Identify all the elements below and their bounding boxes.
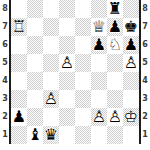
black-rook-icon: ♜: [107, 0, 123, 18]
white-king-icon: ♚♔: [123, 108, 139, 126]
square-g1: [107, 126, 123, 144]
square-g8: ♜: [107, 0, 123, 18]
square-a7: ♜♖: [11, 18, 27, 36]
rank-label-left-6: 6: [1, 36, 9, 54]
square-c7: [43, 18, 59, 36]
square-b3: [27, 90, 43, 108]
square-e6: [75, 36, 91, 54]
square-h7: ♚: [123, 18, 139, 36]
square-c8: [43, 0, 59, 18]
chess-diagram: 88♜77♜♖♛♕♟♚66♟♞♘♟55♟♙♟♙4433♟♙22♟♟♙♟♙♚♔11…: [0, 0, 150, 150]
square-b1: ♝: [27, 126, 43, 144]
white-pawn-icon: ♟♙: [43, 90, 59, 108]
rank-label-left-3: 3: [1, 90, 9, 108]
square-a1: [11, 126, 27, 144]
square-e7: [75, 18, 91, 36]
black-pawn-icon: ♟: [11, 108, 27, 126]
rank-label-right-2: 2: [141, 108, 149, 126]
rank-label-left-7: 7: [1, 18, 9, 36]
square-d3: [59, 90, 75, 108]
square-f2: ♟♙: [91, 108, 107, 126]
square-c1: ♛: [43, 126, 59, 144]
rank-label-right-1: 1: [141, 126, 149, 144]
white-pawn-icon: ♟♙: [107, 108, 123, 126]
square-d1: [59, 126, 75, 144]
square-b2: [27, 108, 43, 126]
white-rook-icon: ♜♖: [11, 18, 27, 36]
square-h4: [123, 72, 139, 90]
square-c5: [43, 54, 59, 72]
square-b6: [27, 36, 43, 54]
square-b4: [27, 72, 43, 90]
rank-label-left-5: 5: [1, 54, 9, 72]
square-e2: [75, 108, 91, 126]
square-e8: [75, 0, 91, 18]
square-c2: [43, 108, 59, 126]
square-d8: [59, 0, 75, 18]
square-h6: ♟: [123, 36, 139, 54]
rank-label-right-8: 8: [141, 0, 149, 18]
square-a6: [11, 36, 27, 54]
square-b7: [27, 18, 43, 36]
black-pawn-icon: ♟: [123, 36, 139, 54]
square-h2: ♚♔: [123, 108, 139, 126]
square-f7: ♛♕: [91, 18, 107, 36]
square-f8: [91, 0, 107, 18]
square-d4: [59, 72, 75, 90]
square-h1: [123, 126, 139, 144]
white-pawn-outline: ♙: [43, 90, 59, 108]
square-g6: ♞♘: [107, 36, 123, 54]
white-knight-icon: ♞♘: [107, 36, 123, 54]
square-c6: [43, 36, 59, 54]
white-queen-outline: ♕: [91, 18, 107, 36]
square-e4: [75, 72, 91, 90]
square-f5: [91, 54, 107, 72]
square-b5: [27, 54, 43, 72]
square-g5: [107, 54, 123, 72]
square-d7: [59, 18, 75, 36]
square-g4: [107, 72, 123, 90]
black-king-icon: ♚: [123, 18, 139, 36]
square-h8: [123, 0, 139, 18]
square-a4: [11, 72, 27, 90]
white-pawn-icon: ♟♙: [91, 108, 107, 126]
square-g2: ♟♙: [107, 108, 123, 126]
square-g7: ♟: [107, 18, 123, 36]
rank-label-right-4: 4: [141, 72, 149, 90]
rank-label-right-5: 5: [141, 54, 149, 72]
square-h5: ♟♙: [123, 54, 139, 72]
rank-label-left-2: 2: [1, 108, 9, 126]
black-bishop-icon: ♝: [27, 126, 43, 144]
square-f6: ♟: [91, 36, 107, 54]
square-f4: [91, 72, 107, 90]
white-pawn-outline: ♙: [107, 108, 123, 126]
white-pawn-outline: ♙: [59, 54, 75, 72]
white-knight-outline: ♘: [107, 36, 123, 54]
white-pawn-icon: ♟♙: [123, 54, 139, 72]
white-pawn-outline: ♙: [91, 108, 107, 126]
rank-label-left-1: 1: [1, 126, 9, 144]
black-pawn-icon: ♟: [91, 36, 107, 54]
chess-board: 88♜77♜♖♛♕♟♚66♟♞♘♟55♟♙♟♙4433♟♙22♟♟♙♟♙♚♔11…: [1, 0, 150, 144]
black-queen-icon: ♛: [43, 126, 59, 144]
square-e5: [75, 54, 91, 72]
square-c4: [43, 72, 59, 90]
rank-label-right-7: 7: [141, 18, 149, 36]
white-pawn-icon: ♟♙: [59, 54, 75, 72]
square-d2: [59, 108, 75, 126]
square-d6: [59, 36, 75, 54]
rank-label-right-3: 3: [141, 90, 149, 108]
rank-label-left-8: 8: [1, 0, 9, 18]
rank-label-right-6: 6: [141, 36, 149, 54]
square-c3: ♟♙: [43, 90, 59, 108]
square-f3: [91, 90, 107, 108]
white-rook-outline: ♖: [11, 18, 27, 36]
white-pawn-outline: ♙: [123, 54, 139, 72]
rank-label-left-4: 4: [1, 72, 9, 90]
square-e1: [75, 126, 91, 144]
black-pawn-icon: ♟: [107, 18, 123, 36]
white-king-outline: ♔: [123, 108, 139, 126]
square-a2: ♟: [11, 108, 27, 126]
square-e3: [75, 90, 91, 108]
square-a5: [11, 54, 27, 72]
square-f1: [91, 126, 107, 144]
square-a3: [11, 90, 27, 108]
square-d5: ♟♙: [59, 54, 75, 72]
white-queen-icon: ♛♕: [91, 18, 107, 36]
square-a8: [11, 0, 27, 18]
square-g3: [107, 90, 123, 108]
square-b8: [27, 0, 43, 18]
square-h3: [123, 90, 139, 108]
